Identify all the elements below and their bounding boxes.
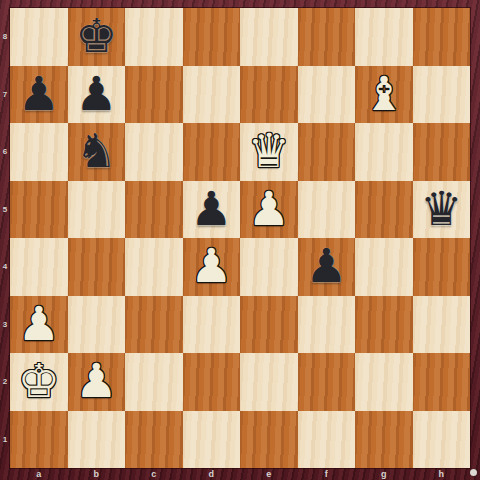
square-e4[interactable]: [240, 238, 298, 296]
square-d2[interactable]: [183, 353, 241, 411]
black-queen[interactable]: ♛: [420, 185, 462, 232]
square-g8[interactable]: [355, 8, 413, 66]
white-queen[interactable]: ♛: [248, 127, 290, 174]
square-a1[interactable]: [10, 411, 68, 469]
square-a4[interactable]: [10, 238, 68, 296]
square-d6[interactable]: [183, 123, 241, 181]
square-a7[interactable]: ♟: [10, 66, 68, 124]
square-a6[interactable]: [10, 123, 68, 181]
rank-label-1: 1: [0, 411, 10, 469]
square-f1[interactable]: [298, 411, 356, 469]
square-b6[interactable]: ♞: [68, 123, 126, 181]
square-b3[interactable]: [68, 296, 126, 354]
square-e8[interactable]: [240, 8, 298, 66]
black-king[interactable]: ♚: [75, 12, 117, 59]
white-pawn[interactable]: ♟: [18, 300, 60, 347]
square-g3[interactable]: [355, 296, 413, 354]
chessboard: ♚♟♟♝♞♛♟♟♛♟♟♟♚♟: [10, 8, 470, 468]
square-d7[interactable]: [183, 66, 241, 124]
square-a5[interactable]: [10, 181, 68, 239]
rank-label-6: 6: [0, 123, 10, 181]
square-f4[interactable]: ♟: [298, 238, 356, 296]
square-f3[interactable]: [298, 296, 356, 354]
file-labels: abcdefgh: [10, 468, 470, 480]
square-h1[interactable]: [413, 411, 471, 469]
square-f2[interactable]: [298, 353, 356, 411]
square-f8[interactable]: [298, 8, 356, 66]
square-e3[interactable]: [240, 296, 298, 354]
file-label-f: f: [298, 468, 356, 480]
square-h6[interactable]: [413, 123, 471, 181]
rank-label-4: 4: [0, 238, 10, 296]
square-d4[interactable]: ♟: [183, 238, 241, 296]
square-c6[interactable]: [125, 123, 183, 181]
square-c7[interactable]: [125, 66, 183, 124]
square-f5[interactable]: [298, 181, 356, 239]
square-e7[interactable]: [240, 66, 298, 124]
square-d1[interactable]: [183, 411, 241, 469]
white-pawn[interactable]: ♟: [190, 242, 232, 289]
file-label-b: b: [68, 468, 126, 480]
square-h2[interactable]: [413, 353, 471, 411]
white-pawn[interactable]: ♟: [75, 357, 117, 404]
file-label-g: g: [355, 468, 413, 480]
square-c2[interactable]: [125, 353, 183, 411]
white-king[interactable]: ♚: [18, 357, 60, 404]
square-e6[interactable]: ♛: [240, 123, 298, 181]
rank-label-2: 2: [0, 353, 10, 411]
file-label-e: e: [240, 468, 298, 480]
square-g6[interactable]: [355, 123, 413, 181]
black-pawn[interactable]: ♟: [305, 242, 347, 289]
square-e1[interactable]: [240, 411, 298, 469]
file-label-d: d: [183, 468, 241, 480]
square-b7[interactable]: ♟: [68, 66, 126, 124]
white-bishop[interactable]: ♝: [363, 70, 405, 117]
square-h8[interactable]: [413, 8, 471, 66]
square-h7[interactable]: [413, 66, 471, 124]
file-label-a: a: [10, 468, 68, 480]
square-h3[interactable]: [413, 296, 471, 354]
square-g7[interactable]: ♝: [355, 66, 413, 124]
square-g4[interactable]: [355, 238, 413, 296]
square-b2[interactable]: ♟: [68, 353, 126, 411]
square-h5[interactable]: ♛: [413, 181, 471, 239]
square-c3[interactable]: [125, 296, 183, 354]
square-a2[interactable]: ♚: [10, 353, 68, 411]
square-h4[interactable]: [413, 238, 471, 296]
square-b4[interactable]: [68, 238, 126, 296]
side-to-move-indicator: [470, 469, 477, 476]
file-label-c: c: [125, 468, 183, 480]
rank-labels: 87654321: [0, 8, 10, 468]
rank-label-3: 3: [0, 296, 10, 354]
square-e5[interactable]: ♟: [240, 181, 298, 239]
square-c5[interactable]: [125, 181, 183, 239]
chessboard-frame: ♚♟♟♝♞♛♟♟♛♟♟♟♚♟ 87654321 abcdefgh: [0, 0, 480, 480]
black-knight[interactable]: ♞: [75, 127, 117, 174]
square-d5[interactable]: ♟: [183, 181, 241, 239]
square-d8[interactable]: [183, 8, 241, 66]
file-label-h: h: [413, 468, 471, 480]
square-c8[interactable]: [125, 8, 183, 66]
square-g2[interactable]: [355, 353, 413, 411]
square-c1[interactable]: [125, 411, 183, 469]
square-d3[interactable]: [183, 296, 241, 354]
square-g1[interactable]: [355, 411, 413, 469]
square-g5[interactable]: [355, 181, 413, 239]
square-c4[interactable]: [125, 238, 183, 296]
black-pawn[interactable]: ♟: [75, 70, 117, 117]
square-e2[interactable]: [240, 353, 298, 411]
square-b1[interactable]: [68, 411, 126, 469]
square-f6[interactable]: [298, 123, 356, 181]
black-pawn[interactable]: ♟: [18, 70, 60, 117]
black-pawn[interactable]: ♟: [190, 185, 232, 232]
square-a3[interactable]: ♟: [10, 296, 68, 354]
rank-label-7: 7: [0, 66, 10, 124]
white-pawn[interactable]: ♟: [248, 185, 290, 232]
rank-label-5: 5: [0, 181, 10, 239]
square-a8[interactable]: [10, 8, 68, 66]
square-b8[interactable]: ♚: [68, 8, 126, 66]
rank-label-8: 8: [0, 8, 10, 66]
square-f7[interactable]: [298, 66, 356, 124]
square-b5[interactable]: [68, 181, 126, 239]
